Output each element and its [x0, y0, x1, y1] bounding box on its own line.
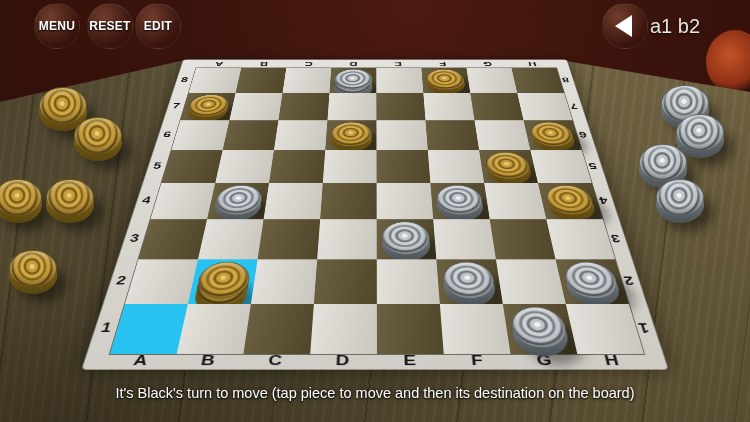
square-g8[interactable]: [466, 68, 517, 93]
square-a5[interactable]: [161, 150, 222, 183]
reset-button-label: RESET: [89, 19, 131, 33]
square-b1[interactable]: [177, 304, 251, 354]
square-e6[interactable]: [376, 120, 427, 150]
square-d6[interactable]: [325, 120, 376, 150]
square-b8[interactable]: [236, 68, 287, 93]
captured-silver-piece-3: [639, 144, 687, 181]
file-label-near-H: H: [576, 352, 648, 369]
square-d1[interactable]: [310, 304, 377, 354]
square-h6[interactable]: [524, 120, 582, 150]
file-label-far-A: A: [196, 60, 243, 68]
square-b6[interactable]: [223, 120, 279, 150]
captured-silver-piece-4: [656, 179, 704, 216]
background-red-object: [706, 30, 750, 94]
square-c7[interactable]: [278, 93, 329, 120]
square-h8[interactable]: [511, 68, 564, 93]
square-c8[interactable]: [282, 68, 331, 93]
file-label-far-C: C: [286, 60, 332, 68]
file-label-near-A: A: [104, 352, 176, 369]
square-g3[interactable]: [490, 219, 556, 259]
square-f4[interactable]: [430, 183, 489, 219]
square-f5[interactable]: [428, 150, 484, 183]
square-h7[interactable]: [517, 93, 572, 120]
board-grid: [109, 67, 646, 354]
square-d4[interactable]: [320, 183, 377, 219]
checkers-board: ABCDEFGH ABCDEFGH 87654321 87654321: [81, 59, 669, 370]
silver-man-f2[interactable]: [442, 262, 497, 299]
square-b4[interactable]: [207, 183, 269, 219]
silver-man-e3[interactable]: [382, 222, 431, 255]
file-label-near-C: C: [240, 352, 309, 369]
undo-move-button[interactable]: [602, 3, 648, 49]
file-labels-far: ABCDEFGH: [196, 60, 556, 68]
file-label-near-E: E: [376, 352, 444, 369]
square-a3[interactable]: [138, 219, 207, 259]
square-c6[interactable]: [274, 120, 328, 150]
square-a7[interactable]: [180, 93, 235, 120]
square-a1[interactable]: [110, 304, 188, 354]
back-triangle-icon: [615, 15, 632, 37]
file-label-near-F: F: [443, 352, 512, 369]
edit-button-label: EDIT: [144, 19, 173, 33]
menu-button[interactable]: MENU: [34, 3, 80, 49]
board-3d-scene: ABCDEFGH ABCDEFGH 87654321 87654321: [81, 59, 669, 370]
gold-man-h6[interactable]: [528, 122, 576, 147]
square-a4[interactable]: [150, 183, 215, 219]
square-h3[interactable]: [546, 219, 615, 259]
file-label-near-D: D: [308, 352, 376, 369]
square-b5[interactable]: [215, 150, 274, 183]
square-c3[interactable]: [258, 219, 321, 259]
square-e3[interactable]: [377, 219, 437, 259]
square-f7[interactable]: [423, 93, 474, 120]
file-label-far-E: E: [376, 60, 421, 68]
square-a6[interactable]: [171, 120, 229, 150]
square-g4[interactable]: [484, 183, 546, 219]
square-f1[interactable]: [440, 304, 511, 354]
last-move-label: a1 b2: [650, 15, 700, 38]
gold-king-b2[interactable]: [195, 262, 252, 299]
square-e1[interactable]: [377, 304, 444, 354]
square-g6[interactable]: [474, 120, 530, 150]
square-d7[interactable]: [327, 93, 376, 120]
captured-gold-piece-3: [0, 179, 42, 216]
gold-man-f8[interactable]: [425, 69, 465, 90]
file-label-far-B: B: [241, 60, 287, 68]
square-g1[interactable]: [503, 304, 578, 354]
square-e2[interactable]: [377, 259, 440, 304]
gold-man-g5[interactable]: [484, 152, 532, 179]
square-c5[interactable]: [269, 150, 325, 183]
square-a2[interactable]: [125, 259, 198, 304]
square-g7[interactable]: [470, 93, 523, 120]
square-d5[interactable]: [323, 150, 377, 183]
gold-man-d6[interactable]: [330, 122, 372, 147]
menu-button-label: MENU: [39, 19, 76, 33]
captured-gold-piece-2: [74, 117, 122, 154]
square-e5[interactable]: [377, 150, 431, 183]
file-label-far-G: G: [464, 60, 510, 68]
reset-button[interactable]: RESET: [87, 3, 133, 49]
silver-man-h2[interactable]: [561, 262, 621, 299]
square-g5[interactable]: [479, 150, 538, 183]
file-label-far-D: D: [331, 60, 376, 68]
square-c4[interactable]: [264, 183, 323, 219]
square-h5[interactable]: [530, 150, 591, 183]
silver-king-d8[interactable]: [334, 69, 373, 90]
silver-man-g1[interactable]: [509, 307, 570, 348]
square-e4[interactable]: [377, 183, 434, 219]
file-label-near-B: B: [172, 352, 243, 369]
silver-man-b4[interactable]: [213, 185, 264, 215]
status-text: It's Black's turn to move (tap piece to …: [0, 385, 750, 401]
file-label-far-F: F: [420, 60, 466, 68]
square-f3[interactable]: [433, 219, 496, 259]
square-f8[interactable]: [421, 68, 470, 93]
square-d3[interactable]: [317, 219, 377, 259]
square-g2[interactable]: [496, 259, 566, 304]
square-e7[interactable]: [376, 93, 425, 120]
gold-man-a7[interactable]: [186, 95, 231, 117]
captured-gold-piece-5: [9, 250, 57, 287]
square-e8[interactable]: [376, 68, 423, 93]
gold-man-h4[interactable]: [543, 185, 596, 215]
file-label-far-H: H: [509, 60, 556, 68]
captured-gold-piece-4: [46, 179, 94, 216]
file-labels-near: ABCDEFGH: [104, 352, 648, 369]
square-f6[interactable]: [425, 120, 479, 150]
silver-man-f4[interactable]: [435, 185, 484, 215]
square-b7[interactable]: [229, 93, 282, 120]
square-d8[interactable]: [329, 68, 376, 93]
square-c2[interactable]: [251, 259, 317, 304]
square-h4[interactable]: [538, 183, 603, 219]
square-a8[interactable]: [189, 68, 242, 93]
square-c1[interactable]: [243, 304, 313, 354]
square-d2[interactable]: [314, 259, 377, 304]
edit-button[interactable]: EDIT: [135, 3, 181, 49]
square-b2[interactable]: [188, 259, 258, 304]
square-b3[interactable]: [198, 219, 264, 259]
square-f2[interactable]: [436, 259, 502, 304]
